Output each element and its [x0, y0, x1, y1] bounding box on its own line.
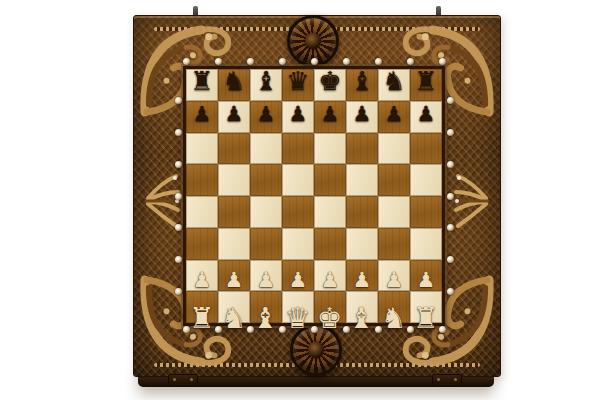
square-d6[interactable] — [282, 133, 314, 165]
pearl-stud — [175, 256, 182, 263]
white-pawn[interactable]: ♟ — [321, 270, 340, 291]
pearl-stud — [447, 288, 454, 295]
pearl-stud — [247, 58, 254, 65]
square-c4[interactable] — [250, 196, 282, 228]
pearl-stud — [407, 58, 414, 65]
square-f7[interactable]: ♟ — [346, 101, 378, 133]
square-d1[interactable]: ♛ — [282, 291, 314, 323]
black-king[interactable]: ♚ — [318, 68, 341, 94]
pearl-stud — [447, 256, 454, 263]
pearl-stud — [183, 58, 190, 65]
square-c7[interactable]: ♟ — [250, 101, 282, 133]
white-rook[interactable]: ♜ — [189, 304, 215, 333]
pearl-stud — [175, 224, 182, 231]
square-f8[interactable]: ♝ — [346, 69, 378, 101]
square-d5[interactable] — [282, 164, 314, 196]
square-g2[interactable]: ♟ — [378, 260, 410, 292]
square-f2[interactable]: ♟ — [346, 260, 378, 292]
square-a4[interactable] — [186, 196, 218, 228]
pearl-stud — [175, 97, 182, 104]
white-king[interactable]: ♚ — [317, 304, 343, 333]
square-e3[interactable] — [314, 228, 346, 260]
square-b2[interactable]: ♟ — [218, 260, 250, 292]
pearl-stud — [215, 58, 222, 65]
white-pawn[interactable]: ♟ — [353, 270, 372, 291]
square-c6[interactable] — [250, 133, 282, 165]
pearl-stud — [375, 326, 382, 333]
square-a3[interactable] — [186, 228, 218, 260]
pearl-stud — [447, 224, 454, 231]
square-f5[interactable] — [346, 164, 378, 196]
hinge-left — [168, 374, 198, 387]
pearl-stud — [247, 326, 254, 333]
pearl-stud — [279, 326, 286, 333]
black-pawn[interactable]: ♟ — [257, 104, 276, 125]
black-pawn[interactable]: ♟ — [353, 104, 372, 125]
square-g1[interactable]: ♞ — [378, 291, 410, 323]
square-b6[interactable] — [218, 133, 250, 165]
palmette-icon — [452, 168, 492, 228]
white-pawn[interactable]: ♟ — [385, 270, 404, 291]
square-a5[interactable] — [186, 164, 218, 196]
square-f3[interactable] — [346, 228, 378, 260]
square-d2[interactable]: ♟ — [282, 260, 314, 292]
pearl-stud — [279, 58, 286, 65]
square-e4[interactable] — [314, 196, 346, 228]
photo-stage: ♜♞♝♛♚♝♞♜♟♟♟♟♟♟♟♟♟♟♟♟♟♟♟♟♜♞♝♛♚♝♞♜ — [0, 0, 600, 400]
square-b3[interactable] — [218, 228, 250, 260]
square-d3[interactable] — [282, 228, 314, 260]
square-e8[interactable]: ♚ — [314, 69, 346, 101]
square-e5[interactable] — [314, 164, 346, 196]
square-b4[interactable] — [218, 196, 250, 228]
square-d8[interactable]: ♛ — [282, 69, 314, 101]
square-g6[interactable] — [378, 133, 410, 165]
black-knight[interactable]: ♞ — [382, 68, 405, 94]
black-pawn[interactable]: ♟ — [321, 104, 340, 125]
pearl-stud — [439, 58, 446, 65]
pearl-stud — [343, 326, 350, 333]
square-e2[interactable]: ♟ — [314, 260, 346, 292]
white-pawn[interactable]: ♟ — [289, 270, 308, 291]
white-knight[interactable]: ♞ — [381, 304, 407, 333]
black-bishop[interactable]: ♝ — [350, 68, 373, 94]
square-a1[interactable]: ♜ — [186, 291, 218, 323]
black-pawn[interactable]: ♟ — [417, 104, 436, 125]
square-e7[interactable]: ♟ — [314, 101, 346, 133]
square-h6[interactable] — [410, 133, 442, 165]
square-h2[interactable]: ♟ — [410, 260, 442, 292]
square-f1[interactable]: ♝ — [346, 291, 378, 323]
pearl-stud — [447, 97, 454, 104]
square-a7[interactable]: ♟ — [186, 101, 218, 133]
pearl-stud — [311, 326, 318, 333]
square-b8[interactable]: ♞ — [218, 69, 250, 101]
pearl-stud — [175, 129, 182, 136]
pearl-stud — [183, 326, 190, 333]
white-pawn[interactable]: ♟ — [193, 270, 212, 291]
white-bishop[interactable]: ♝ — [253, 304, 279, 333]
square-e6[interactable] — [314, 133, 346, 165]
square-h5[interactable] — [410, 164, 442, 196]
black-pawn[interactable]: ♟ — [193, 104, 212, 125]
black-pawn[interactable]: ♟ — [225, 104, 244, 125]
white-knight[interactable]: ♞ — [221, 304, 247, 333]
square-a2[interactable]: ♟ — [186, 260, 218, 292]
chess-board: ♜♞♝♛♚♝♞♜♟♟♟♟♟♟♟♟♟♟♟♟♟♟♟♟♜♞♝♛♚♝♞♜ — [183, 66, 445, 326]
square-f6[interactable] — [346, 133, 378, 165]
square-c1[interactable]: ♝ — [250, 291, 282, 323]
pearl-stud — [447, 161, 454, 168]
square-h7[interactable]: ♟ — [410, 101, 442, 133]
pearl-stud — [407, 326, 414, 333]
square-h8[interactable]: ♜ — [410, 69, 442, 101]
square-c8[interactable]: ♝ — [250, 69, 282, 101]
square-d7[interactable]: ♟ — [282, 101, 314, 133]
pearl-stud — [447, 193, 454, 200]
white-pawn[interactable]: ♟ — [417, 270, 436, 291]
pearl-stud — [447, 129, 454, 136]
pearl-stud — [343, 58, 350, 65]
pearl-stud — [439, 326, 446, 333]
square-h4[interactable] — [410, 196, 442, 228]
black-knight[interactable]: ♞ — [222, 68, 245, 94]
black-rook[interactable]: ♜ — [190, 68, 213, 94]
pearl-stud — [215, 326, 222, 333]
square-b5[interactable] — [218, 164, 250, 196]
pearl-stud — [311, 58, 318, 65]
pearl-stud — [175, 288, 182, 295]
white-pawn[interactable]: ♟ — [257, 270, 276, 291]
square-d4[interactable] — [282, 196, 314, 228]
square-g5[interactable] — [378, 164, 410, 196]
square-f4[interactable] — [346, 196, 378, 228]
square-b7[interactable]: ♟ — [218, 101, 250, 133]
square-c5[interactable] — [250, 164, 282, 196]
black-pawn[interactable]: ♟ — [385, 104, 404, 125]
pearl-stud — [175, 161, 182, 168]
white-bishop[interactable]: ♝ — [349, 304, 375, 333]
hinge-right — [432, 374, 462, 387]
square-a8[interactable]: ♜ — [186, 69, 218, 101]
pearl-stud — [175, 193, 182, 200]
black-rook[interactable]: ♜ — [414, 68, 437, 94]
square-h1[interactable]: ♜ — [410, 291, 442, 323]
black-queen[interactable]: ♛ — [286, 68, 309, 94]
black-bishop[interactable]: ♝ — [254, 68, 277, 94]
square-g7[interactable]: ♟ — [378, 101, 410, 133]
square-a6[interactable] — [186, 133, 218, 165]
square-h3[interactable] — [410, 228, 442, 260]
square-c2[interactable]: ♟ — [250, 260, 282, 292]
black-pawn[interactable]: ♟ — [289, 104, 308, 125]
square-g4[interactable] — [378, 196, 410, 228]
white-queen[interactable]: ♛ — [285, 304, 311, 333]
square-c3[interactable] — [250, 228, 282, 260]
board-grid: ♜♞♝♛♚♝♞♜♟♟♟♟♟♟♟♟♟♟♟♟♟♟♟♟♜♞♝♛♚♝♞♜ — [186, 69, 442, 323]
chess-box: ♜♞♝♛♚♝♞♜♟♟♟♟♟♟♟♟♟♟♟♟♟♟♟♟♜♞♝♛♚♝♞♜ — [133, 15, 501, 377]
white-rook[interactable]: ♜ — [413, 304, 439, 333]
pearl-stud — [375, 58, 382, 65]
square-e1[interactable]: ♚ — [314, 291, 346, 323]
square-g3[interactable] — [378, 228, 410, 260]
white-pawn[interactable]: ♟ — [225, 270, 244, 291]
square-b1[interactable]: ♞ — [218, 291, 250, 323]
square-g8[interactable]: ♞ — [378, 69, 410, 101]
